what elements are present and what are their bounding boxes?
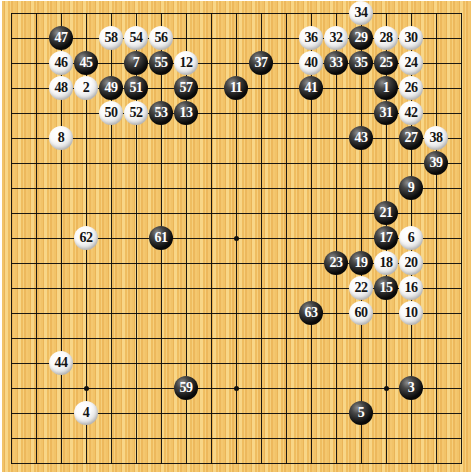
stone-number: 18 <box>380 256 393 270</box>
stone-black-move-59: 59 <box>174 376 198 400</box>
stone-white-move-28: 28 <box>374 26 398 50</box>
go-board: 1234567891011121315161718192021222324252… <box>2 1 471 472</box>
stone-black-move-19: 19 <box>349 251 373 275</box>
stone-black-move-5: 5 <box>349 401 373 425</box>
stone-number: 12 <box>180 56 193 70</box>
stone-white-move-46: 46 <box>49 51 73 75</box>
stone-black-move-37: 37 <box>249 51 273 75</box>
stone-black-move-55: 55 <box>149 51 173 75</box>
stone-black-move-47: 47 <box>49 26 73 50</box>
stone-number: 17 <box>380 231 393 245</box>
stone-number: 57 <box>180 81 193 95</box>
stone-number: 44 <box>55 356 68 370</box>
stone-number: 51 <box>130 81 143 95</box>
stone-black-move-57: 57 <box>174 76 198 100</box>
stone-number: 25 <box>380 56 393 70</box>
stone-white-move-12: 12 <box>174 51 198 75</box>
stone-white-move-52: 52 <box>124 101 148 125</box>
stones-layer: 1234567891011121315161718192021222324252… <box>0 1 473 475</box>
stone-number: 58 <box>105 31 118 45</box>
stone-number: 10 <box>405 306 418 320</box>
stone-number: 26 <box>405 81 418 95</box>
stone-number: 15 <box>380 281 393 295</box>
stone-number: 19 <box>355 256 368 270</box>
stone-number: 43 <box>355 131 368 145</box>
stone-white-move-24: 24 <box>399 51 423 75</box>
stone-black-move-49: 49 <box>99 76 123 100</box>
stone-number: 45 <box>80 56 93 70</box>
stone-number: 52 <box>130 106 143 120</box>
stone-black-move-27: 27 <box>399 126 423 150</box>
stone-number: 11 <box>230 81 242 95</box>
stone-black-move-9: 9 <box>399 176 423 200</box>
stone-number: 40 <box>305 56 318 70</box>
stone-number: 61 <box>155 231 168 245</box>
stone-number: 8 <box>58 131 65 145</box>
stone-number: 22 <box>355 281 368 295</box>
stone-black-move-13: 13 <box>174 101 198 125</box>
stone-white-move-50: 50 <box>99 101 123 125</box>
stone-white-move-18: 18 <box>374 251 398 275</box>
stone-white-move-26: 26 <box>399 76 423 100</box>
stone-black-move-3: 3 <box>399 376 423 400</box>
stone-number: 38 <box>430 131 443 145</box>
stone-number: 56 <box>155 31 168 45</box>
stone-black-move-33: 33 <box>324 51 348 75</box>
stone-black-move-15: 15 <box>374 276 398 300</box>
stone-black-move-53: 53 <box>149 101 173 125</box>
stone-number: 16 <box>405 281 418 295</box>
stone-white-move-4: 4 <box>74 401 98 425</box>
stone-black-move-23: 23 <box>324 251 348 275</box>
stone-number: 54 <box>130 31 143 45</box>
stone-white-move-54: 54 <box>124 26 148 50</box>
stone-black-move-25: 25 <box>374 51 398 75</box>
stone-black-move-21: 21 <box>374 201 398 225</box>
stone-white-move-60: 60 <box>349 301 373 325</box>
stone-white-move-44: 44 <box>49 351 73 375</box>
stone-number: 5 <box>358 406 365 420</box>
stone-number: 7 <box>133 56 140 70</box>
stone-number: 4 <box>83 406 90 420</box>
stone-number: 3 <box>408 381 415 395</box>
stone-number: 9 <box>408 181 415 195</box>
stone-number: 60 <box>355 306 368 320</box>
go-diagram: 1234567891011121315161718192021222324252… <box>0 0 473 475</box>
stone-number: 1 <box>383 81 390 95</box>
stone-white-move-36: 36 <box>299 26 323 50</box>
stone-white-move-20: 20 <box>399 251 423 275</box>
stone-number: 37 <box>255 56 268 70</box>
stone-number: 21 <box>380 206 393 220</box>
stone-number: 62 <box>80 231 93 245</box>
stone-black-move-51: 51 <box>124 76 148 100</box>
stone-number: 27 <box>405 131 418 145</box>
stone-number: 50 <box>105 106 118 120</box>
stone-black-move-45: 45 <box>74 51 98 75</box>
stone-number: 53 <box>155 106 168 120</box>
stone-number: 32 <box>330 31 343 45</box>
stone-white-move-10: 10 <box>399 301 423 325</box>
stone-black-move-63: 63 <box>299 301 323 325</box>
stone-number: 59 <box>180 381 193 395</box>
stone-number: 30 <box>405 31 418 45</box>
stone-number: 55 <box>155 56 168 70</box>
stone-number: 46 <box>55 56 68 70</box>
stone-number: 23 <box>330 256 343 270</box>
stone-number: 35 <box>355 56 368 70</box>
stone-number: 49 <box>105 81 118 95</box>
stone-white-move-30: 30 <box>399 26 423 50</box>
stone-white-move-16: 16 <box>399 276 423 300</box>
stone-black-move-1: 1 <box>374 76 398 100</box>
stone-number: 6 <box>408 231 415 245</box>
stone-white-move-42: 42 <box>399 101 423 125</box>
stone-number: 31 <box>380 106 393 120</box>
stone-black-move-11: 11 <box>224 76 248 100</box>
stone-white-move-2: 2 <box>74 76 98 100</box>
stone-black-move-39: 39 <box>424 151 448 175</box>
stone-number: 24 <box>405 56 418 70</box>
stone-white-move-56: 56 <box>149 26 173 50</box>
stone-number: 20 <box>405 256 418 270</box>
stone-white-move-22: 22 <box>349 276 373 300</box>
stone-number: 63 <box>305 306 318 320</box>
stone-number: 2 <box>83 81 90 95</box>
stone-number: 41 <box>305 81 318 95</box>
stone-number: 28 <box>380 31 393 45</box>
stone-black-move-43: 43 <box>349 126 373 150</box>
stone-number: 34 <box>355 6 368 20</box>
stone-white-move-8: 8 <box>49 126 73 150</box>
stone-white-move-38: 38 <box>424 126 448 150</box>
stone-white-move-62: 62 <box>74 226 98 250</box>
stone-number: 33 <box>330 56 343 70</box>
stone-black-move-41: 41 <box>299 76 323 100</box>
stone-number: 48 <box>55 81 68 95</box>
stone-white-move-32: 32 <box>324 26 348 50</box>
stone-white-move-48: 48 <box>49 76 73 100</box>
stone-black-move-17: 17 <box>374 226 398 250</box>
stone-number: 39 <box>430 156 443 170</box>
stone-black-move-35: 35 <box>349 51 373 75</box>
stone-black-move-29: 29 <box>349 26 373 50</box>
stone-black-move-7: 7 <box>124 51 148 75</box>
stone-number: 42 <box>405 106 418 120</box>
stone-white-move-40: 40 <box>299 51 323 75</box>
stone-number: 36 <box>305 31 318 45</box>
stone-black-move-61: 61 <box>149 226 173 250</box>
stone-white-move-58: 58 <box>99 26 123 50</box>
stone-number: 47 <box>55 31 68 45</box>
stone-white-move-6: 6 <box>399 226 423 250</box>
stone-number: 29 <box>355 31 368 45</box>
stone-number: 13 <box>180 106 193 120</box>
stone-white-move-34: 34 <box>349 1 373 25</box>
stone-black-move-31: 31 <box>374 101 398 125</box>
